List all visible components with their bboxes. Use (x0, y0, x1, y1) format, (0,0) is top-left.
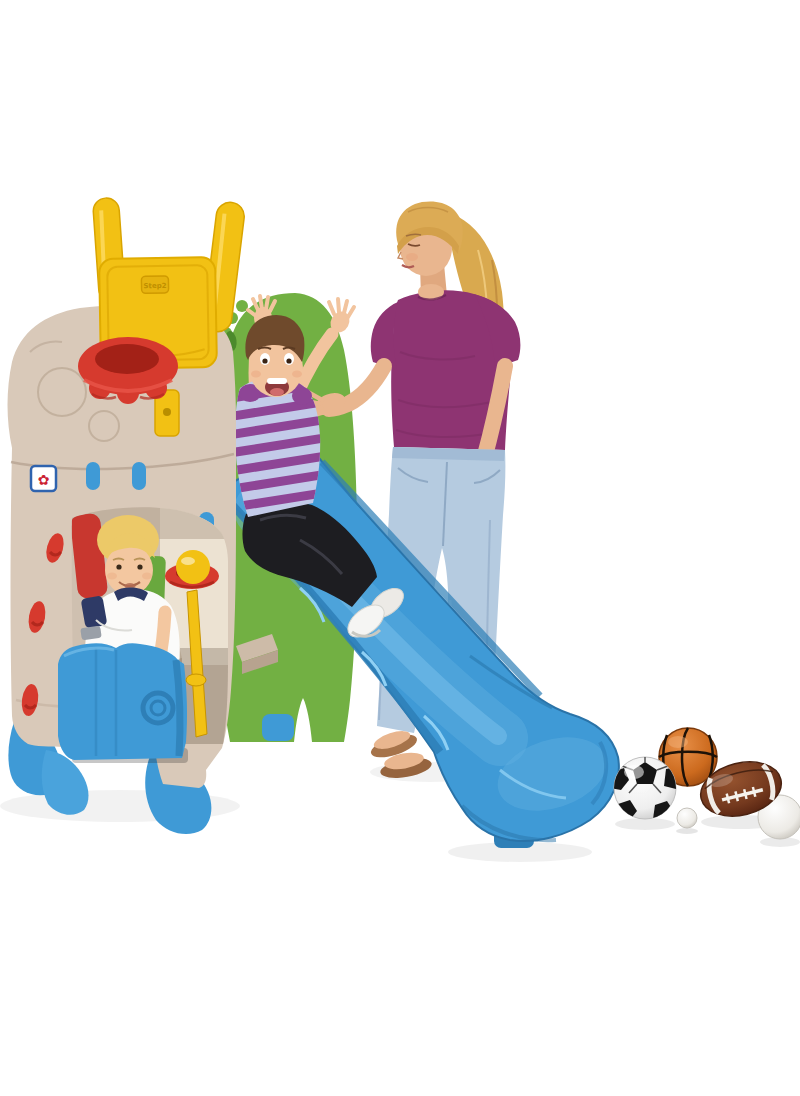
tee-pole-ring (186, 674, 206, 686)
playhouse-door (58, 643, 187, 760)
small-white-ball (677, 808, 697, 828)
backboard-brand-emboss: Step2 (143, 282, 166, 290)
basketball-rim (78, 337, 178, 404)
brand-sticker-glyph: ✿ (38, 472, 50, 488)
brand-sticker: ✿ (31, 466, 56, 491)
door-body (58, 643, 187, 760)
tee-ball-highlight (181, 557, 195, 565)
product-photo-scene: ✿ (0, 0, 800, 1096)
green-panel-foot (262, 714, 294, 741)
tee-ball (176, 550, 210, 584)
scene-canvas: ✿ (0, 0, 800, 1096)
sleeve-right (292, 387, 312, 405)
